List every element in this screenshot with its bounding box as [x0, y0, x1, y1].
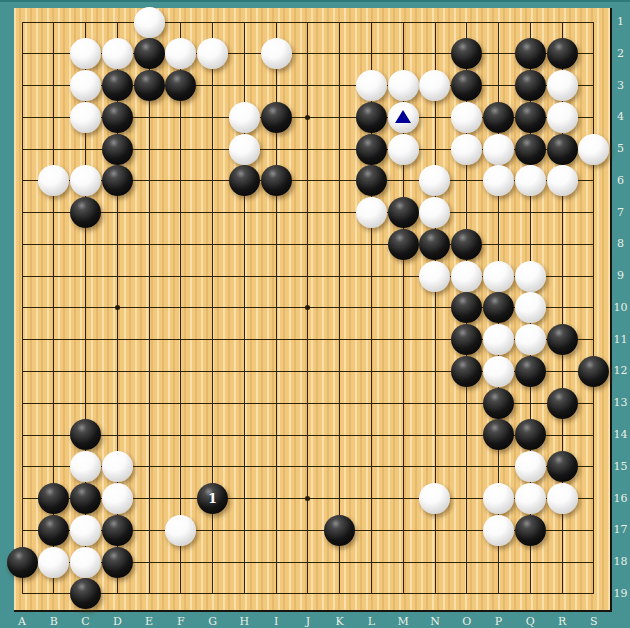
- board-point[interactable]: [165, 197, 197, 229]
- board-point[interactable]: [260, 419, 292, 451]
- board-point[interactable]: [356, 483, 388, 515]
- board-point[interactable]: [165, 133, 197, 165]
- board-point[interactable]: [260, 451, 292, 483]
- board-point[interactable]: [419, 578, 451, 610]
- board-point[interactable]: [133, 292, 165, 324]
- board-point[interactable]: [133, 356, 165, 388]
- board-point[interactable]: [197, 324, 229, 356]
- board-point[interactable]: [165, 356, 197, 388]
- board-point[interactable]: [419, 419, 451, 451]
- board-point[interactable]: [133, 38, 165, 70]
- board-point[interactable]: [578, 101, 610, 133]
- board-point[interactable]: [578, 578, 610, 610]
- board-point[interactable]: [101, 133, 133, 165]
- board-point[interactable]: [260, 38, 292, 70]
- board-point[interactable]: [483, 451, 515, 483]
- board-point[interactable]: [324, 228, 356, 260]
- board-point[interactable]: [165, 451, 197, 483]
- board-point[interactable]: [324, 197, 356, 229]
- board-point[interactable]: [546, 101, 578, 133]
- board-point[interactable]: [70, 292, 102, 324]
- board-point[interactable]: [228, 6, 260, 38]
- board-point[interactable]: [578, 197, 610, 229]
- board-point[interactable]: [324, 451, 356, 483]
- board-point[interactable]: [514, 197, 546, 229]
- board-point[interactable]: [451, 101, 483, 133]
- board-point[interactable]: [387, 451, 419, 483]
- board-point[interactable]: [578, 133, 610, 165]
- board-point[interactable]: [260, 133, 292, 165]
- board-point[interactable]: [101, 6, 133, 38]
- board-point[interactable]: [133, 260, 165, 292]
- board-point[interactable]: [356, 165, 388, 197]
- board-point[interactable]: [70, 514, 102, 546]
- board-point[interactable]: [197, 228, 229, 260]
- board-point[interactable]: [419, 451, 451, 483]
- board-point[interactable]: [451, 38, 483, 70]
- board-point[interactable]: [324, 38, 356, 70]
- board-point[interactable]: [419, 546, 451, 578]
- board-point[interactable]: [101, 165, 133, 197]
- board-point[interactable]: [356, 38, 388, 70]
- board-point[interactable]: [165, 6, 197, 38]
- board-point[interactable]: [356, 133, 388, 165]
- board-point[interactable]: [165, 514, 197, 546]
- board-point[interactable]: [70, 419, 102, 451]
- board-point[interactable]: [324, 356, 356, 388]
- board-point[interactable]: [324, 419, 356, 451]
- board-point[interactable]: [578, 419, 610, 451]
- board-point[interactable]: [578, 6, 610, 38]
- board-point[interactable]: [6, 451, 38, 483]
- board-point[interactable]: [292, 70, 324, 102]
- board-point[interactable]: [546, 38, 578, 70]
- board-point[interactable]: [6, 197, 38, 229]
- board-point[interactable]: [133, 483, 165, 515]
- board-point[interactable]: [356, 228, 388, 260]
- board-point[interactable]: [387, 546, 419, 578]
- board-point[interactable]: [133, 6, 165, 38]
- board-point[interactable]: [419, 38, 451, 70]
- board-point[interactable]: [324, 165, 356, 197]
- board-point[interactable]: 1: [197, 483, 229, 515]
- board-point[interactable]: [70, 387, 102, 419]
- board-point[interactable]: [578, 228, 610, 260]
- board-point[interactable]: [387, 324, 419, 356]
- board-point[interactable]: [197, 6, 229, 38]
- board-point[interactable]: [483, 228, 515, 260]
- board-point[interactable]: [324, 70, 356, 102]
- board-point[interactable]: [356, 356, 388, 388]
- board-point[interactable]: [451, 197, 483, 229]
- board-point[interactable]: [101, 514, 133, 546]
- board-point[interactable]: [324, 6, 356, 38]
- board-point[interactable]: [197, 451, 229, 483]
- board-point[interactable]: [546, 514, 578, 546]
- board-point[interactable]: [387, 483, 419, 515]
- board-point[interactable]: [260, 197, 292, 229]
- board-point[interactable]: [260, 70, 292, 102]
- board-point[interactable]: [546, 133, 578, 165]
- board-point[interactable]: [451, 578, 483, 610]
- board-point[interactable]: [260, 165, 292, 197]
- board-point[interactable]: [514, 260, 546, 292]
- board-point[interactable]: [483, 38, 515, 70]
- board-point[interactable]: [387, 101, 419, 133]
- board-point[interactable]: [514, 70, 546, 102]
- board-point[interactable]: [387, 387, 419, 419]
- board-point[interactable]: [451, 514, 483, 546]
- board-point[interactable]: [419, 292, 451, 324]
- board-point[interactable]: [101, 38, 133, 70]
- board-point[interactable]: [292, 546, 324, 578]
- board-point[interactable]: [356, 292, 388, 324]
- board-point[interactable]: [38, 546, 70, 578]
- board-point[interactable]: [197, 101, 229, 133]
- board-point[interactable]: [578, 165, 610, 197]
- board-point[interactable]: [133, 514, 165, 546]
- board-point[interactable]: [70, 133, 102, 165]
- board-point[interactable]: [260, 260, 292, 292]
- board-point[interactable]: [483, 483, 515, 515]
- board-point[interactable]: [578, 546, 610, 578]
- board-point[interactable]: [546, 228, 578, 260]
- board-point[interactable]: [133, 228, 165, 260]
- board-point[interactable]: [260, 546, 292, 578]
- board-point[interactable]: [578, 514, 610, 546]
- board-point[interactable]: [101, 70, 133, 102]
- board-point[interactable]: [451, 165, 483, 197]
- board-point[interactable]: [483, 356, 515, 388]
- board-point[interactable]: [292, 228, 324, 260]
- board-point[interactable]: [70, 70, 102, 102]
- board-point[interactable]: [70, 324, 102, 356]
- board-point[interactable]: [228, 514, 260, 546]
- board-point[interactable]: [260, 228, 292, 260]
- board-point[interactable]: [292, 38, 324, 70]
- board-point[interactable]: [419, 387, 451, 419]
- board-point[interactable]: [260, 387, 292, 419]
- board-point[interactable]: [228, 197, 260, 229]
- board-point[interactable]: [165, 101, 197, 133]
- board-point[interactable]: [6, 387, 38, 419]
- board-point[interactable]: [324, 292, 356, 324]
- board-point[interactable]: [356, 260, 388, 292]
- board-point[interactable]: [356, 387, 388, 419]
- board-point[interactable]: [514, 324, 546, 356]
- board-point[interactable]: [70, 197, 102, 229]
- board-point[interactable]: [228, 578, 260, 610]
- board-point[interactable]: [514, 38, 546, 70]
- board-point[interactable]: [546, 6, 578, 38]
- board-point[interactable]: [324, 387, 356, 419]
- board-point[interactable]: [356, 514, 388, 546]
- board-point[interactable]: [6, 514, 38, 546]
- board-point[interactable]: [6, 101, 38, 133]
- board-point[interactable]: [197, 419, 229, 451]
- board-point[interactable]: [197, 70, 229, 102]
- board-point[interactable]: [451, 133, 483, 165]
- board-point[interactable]: [324, 514, 356, 546]
- board-point[interactable]: [38, 101, 70, 133]
- board-point[interactable]: [514, 101, 546, 133]
- board-point[interactable]: [578, 387, 610, 419]
- board-point[interactable]: [70, 578, 102, 610]
- board-point[interactable]: [165, 546, 197, 578]
- board-point[interactable]: [101, 578, 133, 610]
- board-point[interactable]: [292, 483, 324, 515]
- board-point[interactable]: [578, 260, 610, 292]
- board-point[interactable]: [260, 292, 292, 324]
- board-point[interactable]: [6, 546, 38, 578]
- board-point[interactable]: [483, 260, 515, 292]
- board-point[interactable]: [165, 419, 197, 451]
- board-point[interactable]: [578, 356, 610, 388]
- board-point[interactable]: [292, 101, 324, 133]
- board-point[interactable]: [38, 324, 70, 356]
- board-point[interactable]: [483, 101, 515, 133]
- board-point[interactable]: [578, 483, 610, 515]
- board-point[interactable]: [578, 38, 610, 70]
- board-point[interactable]: [133, 324, 165, 356]
- board-point[interactable]: [38, 387, 70, 419]
- board-point[interactable]: [133, 165, 165, 197]
- board-point[interactable]: [133, 133, 165, 165]
- board-point[interactable]: [70, 546, 102, 578]
- board-point[interactable]: [546, 578, 578, 610]
- board-point[interactable]: [387, 356, 419, 388]
- board-point[interactable]: [546, 260, 578, 292]
- board-point[interactable]: [292, 356, 324, 388]
- board-point[interactable]: [70, 165, 102, 197]
- board-point[interactable]: [292, 578, 324, 610]
- board-point[interactable]: [260, 324, 292, 356]
- board-point[interactable]: [38, 356, 70, 388]
- board-point[interactable]: [419, 260, 451, 292]
- board-point[interactable]: [514, 419, 546, 451]
- board-point[interactable]: [101, 324, 133, 356]
- board-point[interactable]: [387, 228, 419, 260]
- board-point[interactable]: [483, 292, 515, 324]
- board-point[interactable]: [483, 514, 515, 546]
- board-point[interactable]: [38, 133, 70, 165]
- board-point[interactable]: [228, 292, 260, 324]
- board-point[interactable]: [228, 101, 260, 133]
- board-point[interactable]: [546, 70, 578, 102]
- board-point[interactable]: [6, 292, 38, 324]
- board-point[interactable]: [483, 165, 515, 197]
- board-point[interactable]: [6, 228, 38, 260]
- board-point[interactable]: [419, 165, 451, 197]
- board-point[interactable]: [6, 133, 38, 165]
- board-point[interactable]: [38, 419, 70, 451]
- board-point[interactable]: [419, 133, 451, 165]
- board-point[interactable]: [419, 101, 451, 133]
- board-point[interactable]: [260, 483, 292, 515]
- board-point[interactable]: [6, 356, 38, 388]
- board-point[interactable]: [483, 387, 515, 419]
- board-point[interactable]: [292, 387, 324, 419]
- board-point[interactable]: [387, 260, 419, 292]
- board-point[interactable]: [70, 356, 102, 388]
- board-point[interactable]: [260, 6, 292, 38]
- board-point[interactable]: [483, 578, 515, 610]
- board-point[interactable]: [165, 165, 197, 197]
- board-point[interactable]: [197, 260, 229, 292]
- board-point[interactable]: [546, 292, 578, 324]
- board-point[interactable]: [324, 578, 356, 610]
- board-point[interactable]: [356, 578, 388, 610]
- board-point[interactable]: [133, 101, 165, 133]
- board-point[interactable]: [6, 38, 38, 70]
- board-point[interactable]: [514, 292, 546, 324]
- board-point[interactable]: [165, 483, 197, 515]
- board-point[interactable]: [165, 38, 197, 70]
- board-point[interactable]: [165, 578, 197, 610]
- board-point[interactable]: [292, 419, 324, 451]
- board-point[interactable]: [197, 165, 229, 197]
- board-point[interactable]: [292, 133, 324, 165]
- board-point[interactable]: [165, 387, 197, 419]
- board-point[interactable]: [451, 419, 483, 451]
- board-point[interactable]: [324, 324, 356, 356]
- board-point[interactable]: [38, 70, 70, 102]
- board-point[interactable]: [70, 6, 102, 38]
- board-point[interactable]: [228, 70, 260, 102]
- board-point[interactable]: [165, 292, 197, 324]
- board-point[interactable]: [70, 483, 102, 515]
- board-point[interactable]: [356, 197, 388, 229]
- board-point[interactable]: [6, 483, 38, 515]
- board-point[interactable]: [578, 451, 610, 483]
- board-point[interactable]: [133, 70, 165, 102]
- board-point[interactable]: [165, 260, 197, 292]
- board-point[interactable]: [101, 228, 133, 260]
- board-point[interactable]: [419, 483, 451, 515]
- board-point[interactable]: [101, 260, 133, 292]
- board-point[interactable]: [101, 101, 133, 133]
- board-point[interactable]: [228, 483, 260, 515]
- board-point[interactable]: [70, 38, 102, 70]
- board-point[interactable]: [6, 578, 38, 610]
- board-point[interactable]: [514, 228, 546, 260]
- board-point[interactable]: [292, 260, 324, 292]
- board-point[interactable]: [70, 228, 102, 260]
- board-point[interactable]: [292, 292, 324, 324]
- board-point[interactable]: [546, 451, 578, 483]
- board-point[interactable]: [260, 514, 292, 546]
- board-point[interactable]: [133, 578, 165, 610]
- board-point[interactable]: [292, 165, 324, 197]
- board-point[interactable]: [324, 483, 356, 515]
- board-point[interactable]: [133, 546, 165, 578]
- board-point[interactable]: [38, 165, 70, 197]
- board-point[interactable]: [197, 356, 229, 388]
- board-point[interactable]: [451, 6, 483, 38]
- board-point[interactable]: [6, 70, 38, 102]
- board-point[interactable]: [38, 197, 70, 229]
- board-point[interactable]: [197, 387, 229, 419]
- board-point[interactable]: [6, 324, 38, 356]
- board-point[interactable]: [101, 356, 133, 388]
- board-point[interactable]: [6, 260, 38, 292]
- board-point[interactable]: [38, 38, 70, 70]
- board-point[interactable]: [324, 133, 356, 165]
- board-point[interactable]: [197, 546, 229, 578]
- board-point[interactable]: [101, 451, 133, 483]
- board-point[interactable]: [419, 228, 451, 260]
- board-point[interactable]: [356, 6, 388, 38]
- board-point[interactable]: [228, 419, 260, 451]
- board-point[interactable]: [578, 292, 610, 324]
- board-point[interactable]: [197, 292, 229, 324]
- board-point[interactable]: [451, 292, 483, 324]
- board-point[interactable]: [514, 6, 546, 38]
- board-point[interactable]: [165, 324, 197, 356]
- board-point[interactable]: [419, 324, 451, 356]
- board-point[interactable]: [197, 578, 229, 610]
- board-point[interactable]: [165, 228, 197, 260]
- board-point[interactable]: [228, 356, 260, 388]
- board-point[interactable]: [324, 260, 356, 292]
- board-point[interactable]: [356, 70, 388, 102]
- board-point[interactable]: [387, 165, 419, 197]
- board-point[interactable]: [228, 165, 260, 197]
- board-point[interactable]: [228, 387, 260, 419]
- board-point[interactable]: [38, 514, 70, 546]
- board-point[interactable]: [387, 197, 419, 229]
- board-point[interactable]: [514, 387, 546, 419]
- board-point[interactable]: [451, 451, 483, 483]
- board-point[interactable]: [546, 165, 578, 197]
- board-point[interactable]: [483, 197, 515, 229]
- board-point[interactable]: [578, 70, 610, 102]
- board-point[interactable]: [419, 6, 451, 38]
- board-point[interactable]: [514, 133, 546, 165]
- board-point[interactable]: [483, 419, 515, 451]
- board-point[interactable]: [38, 578, 70, 610]
- board-point[interactable]: [228, 324, 260, 356]
- board-point[interactable]: [133, 387, 165, 419]
- board-point[interactable]: [451, 483, 483, 515]
- board-point[interactable]: [356, 324, 388, 356]
- board-point[interactable]: [38, 451, 70, 483]
- board-point[interactable]: [546, 324, 578, 356]
- board-point[interactable]: [514, 514, 546, 546]
- go-board[interactable]: 1: [14, 8, 612, 612]
- board-point[interactable]: [197, 514, 229, 546]
- board-point[interactable]: [101, 419, 133, 451]
- board-point[interactable]: [514, 483, 546, 515]
- board-point[interactable]: [546, 197, 578, 229]
- board-point[interactable]: [228, 546, 260, 578]
- board-point[interactable]: [387, 419, 419, 451]
- board-point[interactable]: [483, 133, 515, 165]
- board-point[interactable]: [260, 101, 292, 133]
- board-point[interactable]: [514, 165, 546, 197]
- board-point[interactable]: [419, 197, 451, 229]
- board-point[interactable]: [419, 356, 451, 388]
- board-point[interactable]: [546, 483, 578, 515]
- board-point[interactable]: [6, 165, 38, 197]
- board-point[interactable]: [451, 260, 483, 292]
- board-point[interactable]: [165, 70, 197, 102]
- board-point[interactable]: [70, 260, 102, 292]
- board-point[interactable]: [356, 419, 388, 451]
- board-point[interactable]: [419, 514, 451, 546]
- board-point[interactable]: [483, 70, 515, 102]
- board-point[interactable]: [514, 451, 546, 483]
